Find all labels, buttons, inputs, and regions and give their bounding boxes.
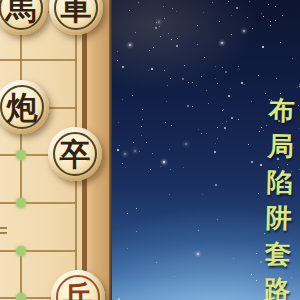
star (261, 13, 262, 14)
star (136, 231, 137, 232)
star (185, 143, 187, 145)
star (248, 144, 249, 145)
star (170, 78, 171, 79)
star (297, 87, 298, 88)
star (160, 166, 161, 167)
star (158, 21, 160, 23)
star (122, 66, 124, 68)
star (280, 93, 281, 94)
star (164, 18, 165, 19)
star (177, 38, 178, 39)
star (138, 2, 139, 3)
star (155, 27, 157, 29)
star (243, 30, 245, 32)
star (206, 90, 207, 91)
point-marker-dot (16, 293, 26, 300)
star (171, 39, 172, 40)
star (298, 105, 299, 106)
subtitle-char: 布 (268, 97, 295, 124)
star (196, 85, 197, 86)
star (206, 133, 207, 134)
star (236, 7, 238, 9)
star (198, 129, 199, 130)
star (202, 194, 203, 195)
star (142, 119, 143, 120)
star (217, 138, 218, 139)
star (215, 143, 216, 144)
star (215, 66, 216, 67)
star (176, 45, 178, 47)
star (125, 167, 126, 168)
star (262, 46, 264, 48)
piece-glyph: 炮 (0, 80, 49, 134)
star (263, 130, 264, 131)
star (231, 34, 232, 35)
star (167, 85, 168, 86)
star (127, 248, 128, 249)
star (170, 169, 171, 170)
star (238, 66, 239, 67)
subtitle-vertical-text: 布 局 陷 阱 套 路 (264, 97, 295, 300)
star (275, 6, 276, 7)
star (225, 71, 227, 73)
star (215, 78, 216, 79)
star (224, 127, 226, 129)
star (221, 42, 223, 44)
star (251, 274, 252, 275)
night-sky-panel: 布 局 陷 阱 套 路 象 棋 博 弈 (112, 0, 300, 300)
star (172, 8, 173, 9)
star (192, 82, 193, 83)
subtitle-char: 局 (267, 133, 294, 160)
star (118, 122, 119, 123)
star (298, 128, 299, 129)
star (149, 50, 150, 51)
star (222, 123, 223, 124)
star (203, 12, 204, 13)
rank-line (0, 202, 77, 204)
star (282, 15, 283, 16)
star (117, 149, 119, 151)
point-marker-dot (16, 198, 26, 208)
star (169, 194, 170, 195)
star (146, 142, 147, 143)
star (153, 47, 154, 48)
star (165, 122, 166, 123)
star (192, 106, 193, 107)
star (197, 44, 198, 45)
star (276, 78, 277, 79)
star (247, 17, 248, 18)
star (268, 4, 269, 5)
star (204, 57, 205, 58)
star (164, 70, 165, 71)
star (142, 109, 143, 110)
star (166, 101, 167, 102)
star (197, 253, 199, 255)
star (275, 20, 276, 21)
star (156, 262, 157, 263)
piece-glyph: 兵 (51, 270, 105, 300)
star (148, 70, 149, 71)
piece-glyph: 馬 (0, 0, 48, 35)
star (168, 33, 169, 34)
star (197, 25, 198, 26)
piece-black-horse[interactable]: 馬 (0, 0, 48, 35)
star (291, 277, 292, 278)
rank-line (0, 59, 77, 61)
subtitle-char: 套 (265, 241, 292, 268)
star (141, 126, 142, 127)
star (176, 11, 177, 12)
thumbnail-stage: 馬 車 炮 卒 兵 布 局 陷 阱 套 路 象 (0, 0, 300, 300)
star (280, 42, 281, 43)
star (136, 208, 137, 209)
star (169, 149, 170, 150)
star (270, 21, 271, 22)
star (183, 167, 184, 168)
star (258, 193, 259, 194)
star (174, 276, 175, 277)
subtitle-char: 陷 (266, 169, 293, 196)
star (215, 184, 217, 186)
star (135, 32, 136, 33)
star (214, 151, 216, 153)
star (252, 28, 253, 29)
star (139, 151, 140, 152)
star (299, 169, 300, 170)
star (184, 65, 185, 66)
xiangqi-board[interactable]: 馬 車 炮 卒 兵 (0, 0, 112, 300)
star (228, 95, 230, 97)
star (163, 6, 164, 7)
star (265, 93, 266, 94)
rank-line (0, 250, 77, 252)
star (122, 99, 123, 100)
point-marker-dot (16, 150, 26, 160)
star (201, 76, 202, 77)
star (256, 280, 257, 281)
star (134, 150, 136, 152)
star (222, 67, 223, 68)
star (127, 213, 128, 214)
piece-red-soldier[interactable]: 兵 (51, 270, 105, 300)
star (160, 36, 161, 37)
piece-black-chariot[interactable]: 車 (49, 0, 103, 35)
star (256, 253, 257, 254)
star (212, 2, 213, 3)
star (198, 230, 199, 231)
point-marker-dot (16, 246, 26, 256)
star (228, 1, 229, 2)
star (230, 88, 231, 89)
piece-glyph: 卒 (48, 127, 102, 181)
star (217, 127, 218, 128)
star (187, 105, 189, 107)
river-text-fragment (0, 232, 7, 234)
star (151, 68, 153, 70)
star (259, 131, 260, 132)
star (201, 133, 202, 134)
star (238, 119, 239, 120)
subtitle-char: 路 (264, 277, 291, 300)
star (231, 117, 233, 119)
star (171, 125, 172, 126)
star (270, 25, 271, 26)
star (258, 75, 259, 76)
star (163, 161, 165, 163)
star (129, 10, 130, 11)
star (241, 82, 243, 84)
star (132, 95, 133, 96)
star (222, 110, 223, 111)
star (292, 58, 293, 59)
star (233, 258, 234, 259)
star (124, 153, 126, 155)
star (117, 51, 118, 52)
star (219, 21, 220, 22)
subtitle-char: 阱 (265, 205, 292, 232)
star (159, 26, 160, 27)
star (249, 1, 250, 2)
star (208, 103, 209, 104)
star (261, 127, 262, 128)
star (260, 164, 262, 166)
star (141, 135, 142, 136)
star (231, 15, 232, 16)
star (217, 219, 218, 220)
star (129, 44, 131, 46)
star (188, 82, 189, 83)
star (117, 60, 118, 61)
star (251, 161, 253, 163)
river-text-fragment (0, 227, 7, 229)
star (122, 163, 123, 164)
star (217, 83, 218, 84)
star (152, 153, 153, 154)
star (299, 86, 300, 87)
star (223, 109, 224, 110)
piece-black-soldier[interactable]: 卒 (48, 127, 102, 181)
star (263, 16, 264, 17)
star (299, 84, 300, 85)
star (260, 261, 262, 263)
star (251, 101, 252, 102)
star (244, 84, 245, 85)
star (226, 121, 227, 122)
star (119, 145, 120, 146)
piece-glyph: 車 (49, 0, 103, 35)
star (133, 142, 134, 143)
piece-black-cannon[interactable]: 炮 (0, 80, 49, 134)
star (150, 169, 151, 170)
star (182, 78, 184, 80)
